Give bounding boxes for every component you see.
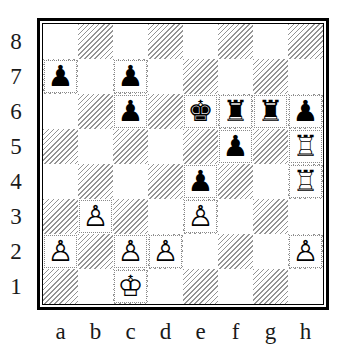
square-e8[interactable] [183,24,218,59]
square-d3[interactable] [148,199,183,234]
square-a2[interactable]: ♙ [43,234,78,269]
square-d8[interactable] [148,24,183,59]
square-a4[interactable] [43,164,78,199]
square-a3[interactable] [43,199,78,234]
square-h4[interactable]: ♖ [288,164,323,199]
square-a5[interactable] [43,129,78,164]
square-e2[interactable] [183,234,218,269]
piece-white-pawn: ♙ [183,199,218,234]
square-f3[interactable] [218,199,253,234]
square-f5[interactable]: ♟ [218,129,253,164]
square-h6[interactable]: ♟ [288,94,323,129]
square-b1[interactable] [78,269,113,304]
square-c5[interactable] [113,129,148,164]
square-g3[interactable] [253,199,288,234]
square-e6[interactable]: ♚ [183,94,218,129]
file-labels: abcdefgh [43,317,323,347]
square-g1[interactable] [253,269,288,304]
piece-black-pawn: ♟ [113,94,148,129]
square-g7[interactable] [253,59,288,94]
square-a1[interactable] [43,269,78,304]
piece-black-pawn: ♟ [113,59,148,94]
square-g8[interactable] [253,24,288,59]
file-label-c: c [113,317,148,347]
file-label-f: f [218,317,253,347]
square-b5[interactable] [78,129,113,164]
file-label-d: d [148,317,183,347]
square-c1[interactable]: ♔ [113,269,148,304]
rank-label-3: 3 [2,199,30,234]
rank-labels: 87654321 [2,24,30,304]
square-f6[interactable]: ♜ [218,94,253,129]
square-c7[interactable]: ♟ [113,59,148,94]
square-d4[interactable] [148,164,183,199]
square-f8[interactable] [218,24,253,59]
square-c3[interactable] [113,199,148,234]
square-d1[interactable] [148,269,183,304]
file-label-a: a [43,317,78,347]
square-c6[interactable]: ♟ [113,94,148,129]
rank-label-4: 4 [2,164,30,199]
rank-label-7: 7 [2,59,30,94]
square-g4[interactable] [253,164,288,199]
piece-black-pawn: ♟ [218,129,253,164]
chess-board-frame: ♟♟♟♚♜♜♟♟♖♟♖♙♙♙♙♙♙♔ [37,18,329,310]
square-f7[interactable] [218,59,253,94]
chess-diagram: 87654321 ♟♟♟♚♜♜♟♟♖♟♖♙♙♙♙♙♙♔ abcdefgh [0,0,346,358]
piece-white-pawn: ♙ [43,234,78,269]
square-a6[interactable] [43,94,78,129]
square-a7[interactable]: ♟ [43,59,78,94]
square-h8[interactable] [288,24,323,59]
piece-black-pawn: ♟ [43,59,78,94]
square-h5[interactable]: ♖ [288,129,323,164]
piece-white-king: ♔ [113,269,148,304]
square-e4[interactable]: ♟ [183,164,218,199]
square-g5[interactable] [253,129,288,164]
rank-label-1: 1 [2,269,30,304]
piece-white-pawn: ♙ [288,234,323,269]
square-f1[interactable] [218,269,253,304]
square-g2[interactable] [253,234,288,269]
square-e3[interactable]: ♙ [183,199,218,234]
piece-white-pawn: ♙ [78,199,113,234]
square-h3[interactable] [288,199,323,234]
rank-label-5: 5 [2,129,30,164]
file-label-h: h [288,317,323,347]
square-b8[interactable] [78,24,113,59]
square-d6[interactable] [148,94,183,129]
square-g6[interactable]: ♜ [253,94,288,129]
square-c2[interactable]: ♙ [113,234,148,269]
piece-white-rook: ♖ [288,164,323,199]
rank-label-2: 2 [2,234,30,269]
piece-black-pawn: ♟ [288,94,323,129]
square-b7[interactable] [78,59,113,94]
file-label-b: b [78,317,113,347]
square-h7[interactable] [288,59,323,94]
square-e1[interactable] [183,269,218,304]
square-f4[interactable] [218,164,253,199]
square-h1[interactable] [288,269,323,304]
square-d2[interactable]: ♙ [148,234,183,269]
piece-black-pawn: ♟ [183,164,218,199]
square-e7[interactable] [183,59,218,94]
piece-black-rook: ♜ [218,94,253,129]
square-b3[interactable]: ♙ [78,199,113,234]
square-f2[interactable] [218,234,253,269]
square-c8[interactable] [113,24,148,59]
piece-white-pawn: ♙ [148,234,183,269]
rank-label-6: 6 [2,94,30,129]
square-b6[interactable] [78,94,113,129]
square-h2[interactable]: ♙ [288,234,323,269]
piece-black-king: ♚ [183,94,218,129]
square-d7[interactable] [148,59,183,94]
chess-board: ♟♟♟♚♜♜♟♟♖♟♖♙♙♙♙♙♙♔ [42,23,324,305]
piece-white-rook: ♖ [288,129,323,164]
square-e5[interactable] [183,129,218,164]
file-label-g: g [253,317,288,347]
square-a8[interactable] [43,24,78,59]
piece-white-pawn: ♙ [113,234,148,269]
rank-label-8: 8 [2,24,30,59]
piece-black-rook: ♜ [253,94,288,129]
square-b4[interactable] [78,164,113,199]
square-b2[interactable] [78,234,113,269]
file-label-e: e [183,317,218,347]
square-c4[interactable] [113,164,148,199]
square-d5[interactable] [148,129,183,164]
